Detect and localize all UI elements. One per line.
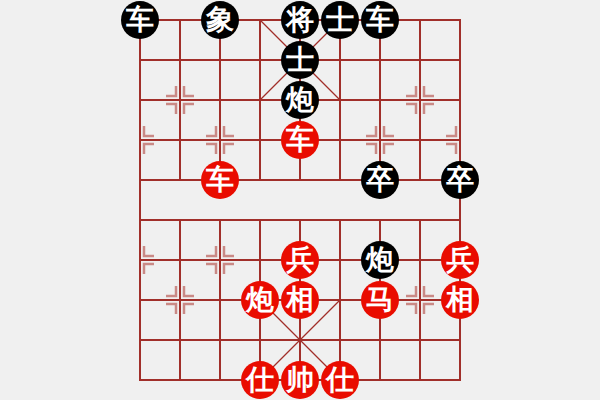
piece-black-chariot-right[interactable]: 车 xyxy=(361,1,399,39)
piece-black-pawn-file7[interactable]: 卒 xyxy=(361,161,399,199)
piece-red-general[interactable]: 帅 xyxy=(281,361,319,399)
piece-red-horse[interactable]: 马 xyxy=(361,281,399,319)
piece-red-pawn-file5[interactable]: 兵 xyxy=(281,241,319,279)
piece-red-elephant-right[interactable]: 相 xyxy=(441,281,479,319)
piece-black-elephant[interactable]: 象 xyxy=(201,1,239,39)
piece-black-advisor-center[interactable]: 士 xyxy=(281,41,319,79)
piece-red-pawn-file9[interactable]: 兵 xyxy=(441,241,479,279)
pieces-grid: 车象将士车士炮车车卒卒兵炮兵炮相马相仕帅仕 xyxy=(120,0,480,400)
piece-red-elephant-center[interactable]: 相 xyxy=(281,281,319,319)
piece-red-advisor-left[interactable]: 仕 xyxy=(241,361,279,399)
piece-red-cannon[interactable]: 炮 xyxy=(241,281,279,319)
piece-black-advisor-right[interactable]: 士 xyxy=(321,1,359,39)
piece-red-chariot-right[interactable]: 车 xyxy=(281,121,319,159)
piece-black-cannon-file7[interactable]: 炮 xyxy=(361,241,399,279)
piece-red-advisor-right[interactable]: 仕 xyxy=(321,361,359,399)
xiangqi-board: 车象将士车士炮车车卒卒兵炮兵炮相马相仕帅仕 xyxy=(0,0,600,400)
piece-black-cannon-center[interactable]: 炮 xyxy=(281,81,319,119)
piece-black-pawn-file9[interactable]: 卒 xyxy=(441,161,479,199)
piece-red-chariot-left[interactable]: 车 xyxy=(201,161,239,199)
piece-black-general[interactable]: 将 xyxy=(281,1,319,39)
piece-black-chariot-left[interactable]: 车 xyxy=(121,1,159,39)
